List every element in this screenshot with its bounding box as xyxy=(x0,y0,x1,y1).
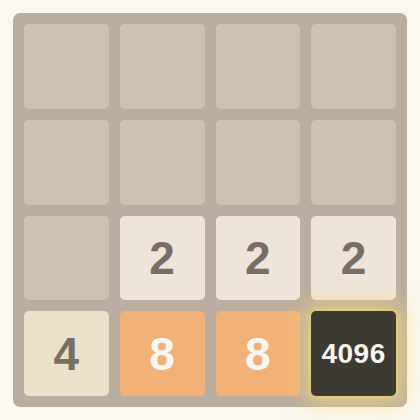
tile-8: 8 xyxy=(120,311,205,396)
tile-2: 2 xyxy=(216,216,301,301)
page: { "game": "2048", "position": { "rows": … xyxy=(0,0,420,420)
tile-8: 8 xyxy=(216,311,301,396)
empty-cell-r0c3 xyxy=(311,24,396,109)
empty-cell-r0c0 xyxy=(24,24,109,109)
empty-cell-r1c2 xyxy=(216,120,301,205)
empty-cell-r0c2 xyxy=(216,24,301,109)
tile-2: 2 xyxy=(120,216,205,301)
empty-cell-r1c0 xyxy=(24,120,109,205)
empty-cell-r2c0 xyxy=(24,216,109,301)
game-board[interactable]: 2224884096 xyxy=(13,13,407,407)
tile-4: 4 xyxy=(24,311,109,396)
empty-cell-r1c1 xyxy=(120,120,205,205)
tile-2: 2 xyxy=(311,216,396,301)
tile-4096: 4096 xyxy=(311,311,396,396)
empty-cell-r0c1 xyxy=(120,24,205,109)
empty-cell-r1c3 xyxy=(311,120,396,205)
